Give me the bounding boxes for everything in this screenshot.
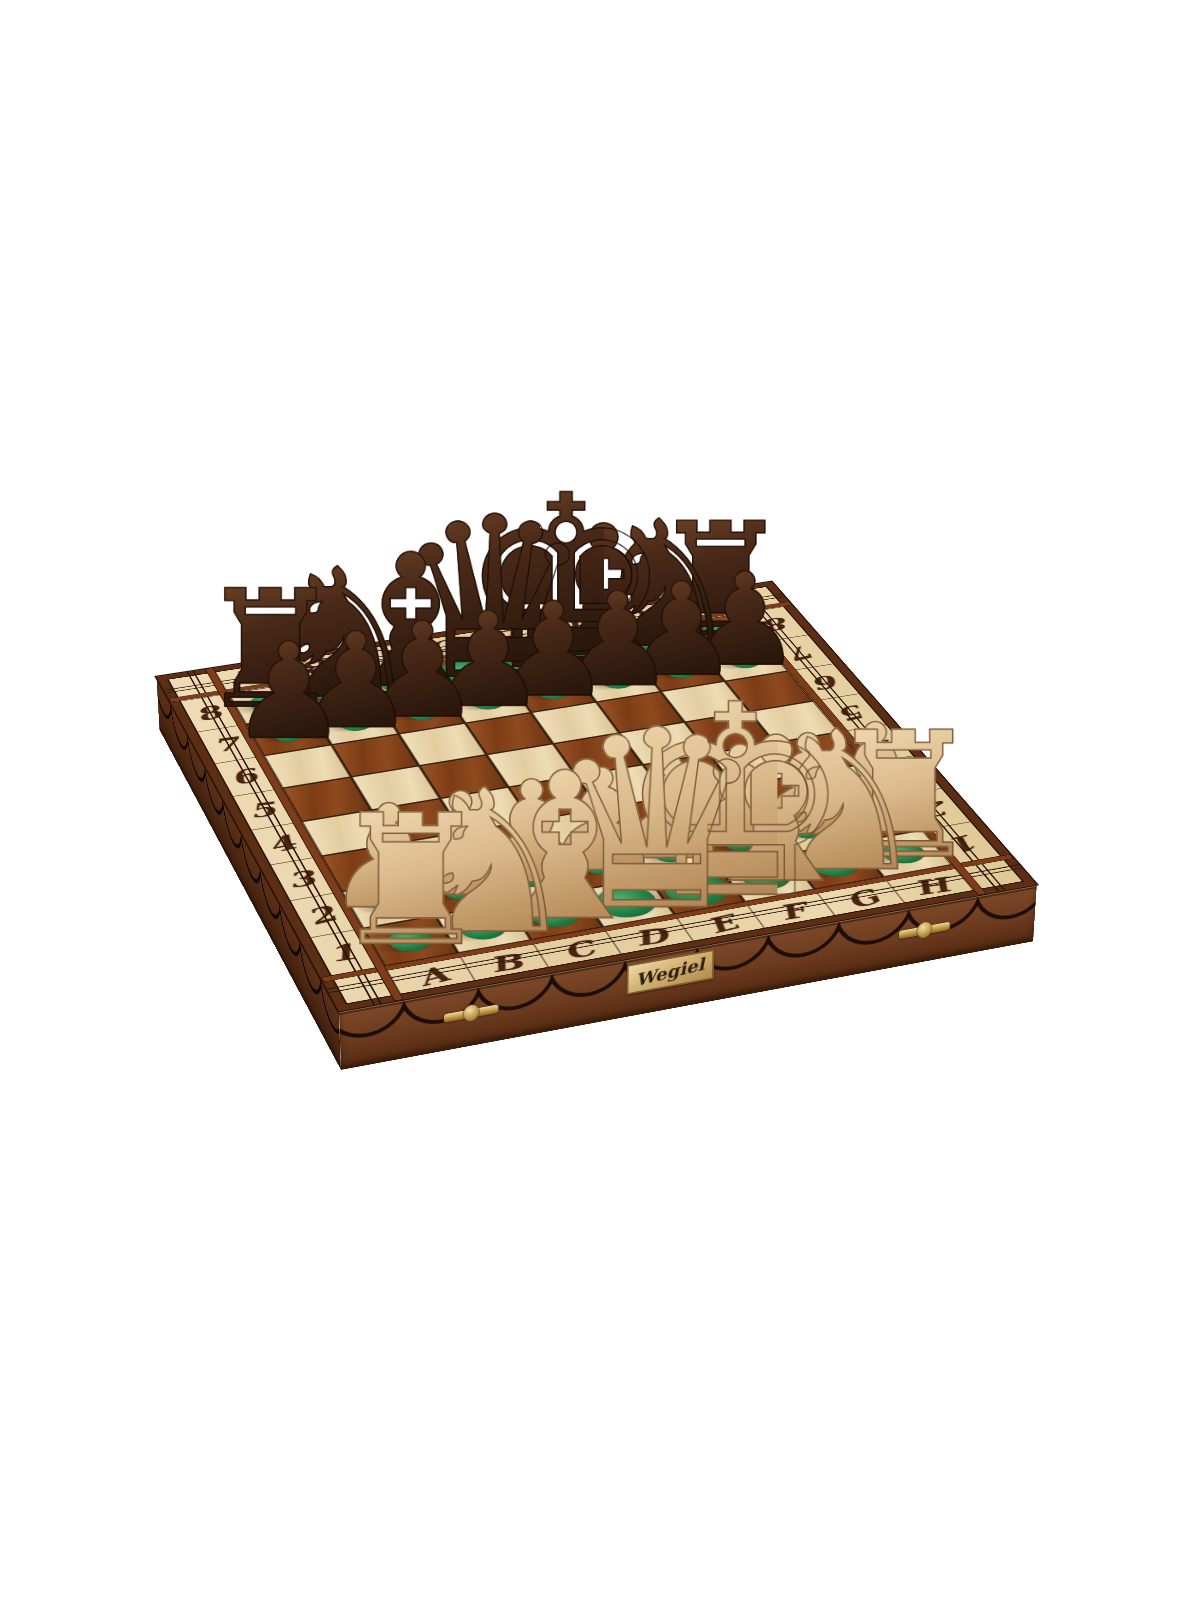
piece-white-rook[interactable]: ♜ xyxy=(328,800,492,940)
brass-clasp-icon xyxy=(444,1004,498,1022)
piece-black-pawn[interactable]: ♟ xyxy=(213,631,363,734)
chess-board: AABBCCDDEEFFGGHH8877665544332211 ♜♞♝♛♚♝♞… xyxy=(156,582,1037,1012)
brass-clasp-icon xyxy=(899,922,950,939)
brand-plate: Wegiel xyxy=(627,949,715,995)
brand-plate-text: Wegiel xyxy=(636,954,706,990)
product-photo-page: AABBCCDDEEFFGGHH8877665544332211 ♜♞♝♛♚♝♞… xyxy=(0,0,1200,1600)
chessboard-scene: AABBCCDDEEFFGGHH8877665544332211 ♜♞♝♛♚♝♞… xyxy=(192,392,960,1160)
